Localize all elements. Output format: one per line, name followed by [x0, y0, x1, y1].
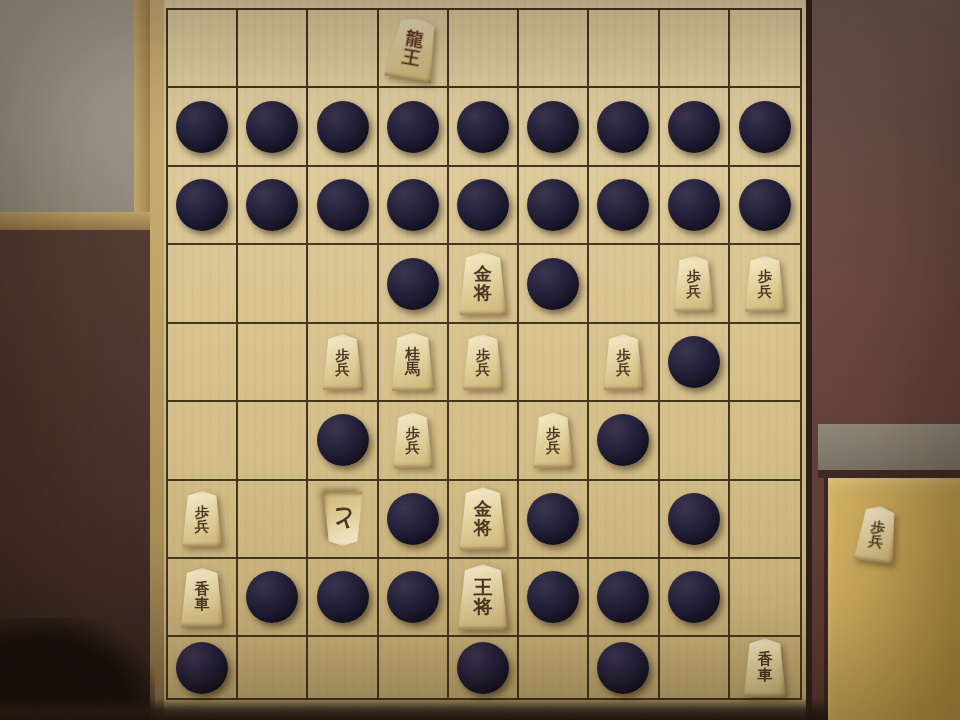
go-stone-black[interactable] [457, 101, 509, 153]
board-cell-2f[interactable] [660, 402, 730, 480]
piece-face: 龍王 [383, 13, 443, 84]
piece-kanji: 兵 [868, 533, 884, 549]
piece-face: 歩兵 [744, 256, 786, 312]
board-cell-5b[interactable] [449, 88, 519, 166]
board-cell-1c[interactable] [730, 167, 800, 245]
piece-kanji: 歩 [616, 348, 630, 362]
piece-face: と [322, 492, 364, 546]
board-cell-6b[interactable] [379, 88, 449, 166]
piece-kanji: 歩 [476, 348, 490, 362]
board-cell-3g[interactable] [589, 481, 659, 559]
board-cell-1e[interactable] [730, 324, 800, 402]
shogi-piece-歩兵[interactable]: 歩兵 [322, 334, 364, 390]
board-cell-4f[interactable]: 歩兵 [519, 402, 589, 480]
piece-face: 桂馬 [390, 332, 435, 391]
board-cell-1f[interactable] [730, 402, 800, 480]
shogi-piece-歩兵[interactable]: 歩兵 [673, 256, 715, 312]
piece-kanji: 兵 [336, 362, 350, 376]
piece-kanji: 兵 [195, 519, 209, 533]
board-cell-3b[interactable] [589, 88, 659, 166]
board-cell-9e[interactable] [168, 324, 238, 402]
piece-kanji: 兵 [476, 362, 490, 376]
go-stone-black[interactable] [387, 101, 439, 153]
board-cell-8f[interactable] [238, 402, 308, 480]
go-stone-black[interactable] [317, 179, 369, 231]
board-cell-7i[interactable] [308, 637, 378, 698]
board-cell-4i[interactable] [519, 637, 589, 698]
shogi-piece-金将[interactable]: 金将 [458, 487, 508, 550]
wall-band [818, 424, 960, 478]
piece-kanji: 兵 [758, 284, 772, 298]
shogi-piece-歩兵[interactable]: 歩兵 [181, 491, 223, 547]
board-cell-4c[interactable] [519, 167, 589, 245]
captured-piece-slot[interactable]: 歩兵 [852, 503, 901, 564]
piece-kanji: 車 [195, 597, 210, 612]
go-stone-black[interactable] [597, 414, 649, 466]
go-stone-black[interactable] [317, 571, 369, 623]
board-cell-8i[interactable] [238, 637, 308, 698]
piece-face: 歩兵 [673, 256, 715, 312]
go-stone-black[interactable] [527, 258, 579, 310]
piece-kanji: 将 [474, 284, 492, 302]
board-cell-7c[interactable] [308, 167, 378, 245]
piece-kanji: 兵 [687, 284, 701, 298]
shogi-piece-歩兵[interactable]: 歩兵 [852, 503, 901, 564]
board-cell-9d[interactable] [168, 245, 238, 323]
board-cell-9b[interactable] [168, 88, 238, 166]
go-stone-black[interactable] [246, 101, 298, 153]
board-cell-5d[interactable]: 金将 [449, 245, 519, 323]
shogi-piece-金将[interactable]: 金将 [458, 252, 508, 315]
board-cell-3f[interactable] [589, 402, 659, 480]
shogi-piece-歩兵[interactable]: 歩兵 [532, 412, 574, 468]
board-cell-2i[interactable] [660, 637, 730, 698]
shogi-piece-龍王[interactable]: 龍王 [383, 13, 443, 84]
piece-kanji: 金 [474, 265, 492, 283]
board-cell-2c[interactable] [660, 167, 730, 245]
board-cell-8e[interactable] [238, 324, 308, 402]
board-cell-1i[interactable]: 香車 [730, 637, 800, 698]
board-cell-3a[interactable] [589, 10, 659, 88]
board-cell-1d[interactable]: 歩兵 [730, 245, 800, 323]
board-cell-7f[interactable] [308, 402, 378, 480]
go-stone-black[interactable] [176, 101, 228, 153]
piece-face: 歩兵 [181, 491, 223, 547]
board-cell-1b[interactable] [730, 88, 800, 166]
board-cell-5e[interactable]: 歩兵 [449, 324, 519, 402]
board-cell-6h[interactable] [379, 559, 449, 637]
piece-kanji: 歩 [758, 269, 772, 283]
board-cell-8b[interactable] [238, 88, 308, 166]
board-cell-4g[interactable] [519, 481, 589, 559]
board-cell-8g[interactable] [238, 481, 308, 559]
piece-face: 金将 [458, 252, 508, 315]
piece-face: 歩兵 [602, 334, 644, 390]
shogi-piece-桂馬[interactable]: 桂馬 [390, 332, 435, 391]
board-cell-8d[interactable] [238, 245, 308, 323]
go-stone-black[interactable] [739, 179, 791, 231]
board-cell-4b[interactable] [519, 88, 589, 166]
go-stone-black[interactable] [597, 101, 649, 153]
board-cell-6g[interactable] [379, 481, 449, 559]
board-cell-9i[interactable] [168, 637, 238, 698]
board-cell-1g[interactable] [730, 481, 800, 559]
piece-stand: 歩兵 [824, 478, 960, 720]
board-cell-2e[interactable] [660, 324, 730, 402]
go-stone-black[interactable] [176, 642, 228, 694]
piece-face: 歩兵 [532, 412, 574, 468]
go-stone-black[interactable] [668, 179, 720, 231]
piece-face: 歩兵 [322, 334, 364, 390]
go-stone-black[interactable] [176, 179, 228, 231]
board-cell-7d[interactable] [308, 245, 378, 323]
piece-kanji: 馬 [405, 362, 420, 377]
board-cell-7h[interactable] [308, 559, 378, 637]
go-stone-black[interactable] [457, 642, 509, 694]
board-cell-4d[interactable] [519, 245, 589, 323]
board-cell-6a[interactable]: 龍王 [379, 10, 449, 88]
shoji-frame-vertical [134, 0, 150, 230]
shogi-piece-歩兵[interactable]: 歩兵 [392, 412, 434, 468]
piece-kanji: 兵 [616, 362, 630, 376]
piece-kanji: 兵 [406, 440, 420, 454]
piece-face: 歩兵 [392, 412, 434, 468]
piece-kanji: 歩 [687, 269, 701, 283]
go-stone-black[interactable] [597, 179, 649, 231]
go-stone-black[interactable] [387, 258, 439, 310]
go-stone-black[interactable] [527, 179, 579, 231]
piece-face: 歩兵 [462, 334, 504, 390]
board-cell-8a[interactable] [238, 10, 308, 88]
go-stone-black[interactable] [527, 101, 579, 153]
go-stone-black[interactable] [457, 179, 509, 231]
piece-kanji: 車 [757, 668, 772, 683]
board-cell-8h[interactable] [238, 559, 308, 637]
shoji-panel [0, 0, 134, 214]
piece-kanji: 王 [401, 47, 422, 68]
board-cell-3i[interactable] [589, 637, 659, 698]
board-cell-5f[interactable] [449, 402, 519, 480]
board-cell-3e[interactable]: 歩兵 [589, 324, 659, 402]
piece-kanji: 歩 [195, 505, 209, 519]
shogi-piece-歩兵[interactable]: 歩兵 [744, 256, 786, 312]
board-cell-9h[interactable]: 香車 [168, 559, 238, 637]
go-stone-black[interactable] [668, 101, 720, 153]
board-cell-7b[interactable] [308, 88, 378, 166]
go-stone-black[interactable] [668, 493, 720, 545]
piece-kanji: 将 [474, 519, 492, 537]
piece-face: 歩兵 [852, 503, 901, 564]
board-cell-1h[interactable] [730, 559, 800, 637]
board-cell-7g[interactable]: と [308, 481, 378, 559]
board-cell-4a[interactable] [519, 10, 589, 88]
go-stone-black[interactable] [668, 571, 720, 623]
go-stone-black[interactable] [527, 571, 579, 623]
piece-kanji: 歩 [406, 426, 420, 440]
board-cell-2b[interactable] [660, 88, 730, 166]
board-cell-9c[interactable] [168, 167, 238, 245]
shogi-piece-王将[interactable]: 王将 [456, 564, 509, 630]
go-stone-black[interactable] [739, 101, 791, 153]
board-cell-2h[interactable] [660, 559, 730, 637]
go-stone-black[interactable] [597, 571, 649, 623]
go-stone-black[interactable] [597, 642, 649, 694]
board-cell-6d[interactable] [379, 245, 449, 323]
piece-kanji: 兵 [546, 440, 560, 454]
board-cell-3c[interactable] [589, 167, 659, 245]
piece-kanji: 将 [473, 597, 492, 616]
board-cell-6i[interactable] [379, 637, 449, 698]
go-stone-black[interactable] [527, 493, 579, 545]
board-cell-2g[interactable] [660, 481, 730, 559]
board-cell-6e[interactable]: 桂馬 [379, 324, 449, 402]
board-cell-5a[interactable] [449, 10, 519, 88]
piece-face: 王将 [456, 564, 509, 630]
board-cell-4e[interactable] [519, 324, 589, 402]
piece-kanji: 歩 [546, 426, 560, 440]
board-cell-5c[interactable] [449, 167, 519, 245]
table-shadow [0, 698, 828, 720]
board-cell-5g[interactable]: 金将 [449, 481, 519, 559]
go-stone-black[interactable] [246, 571, 298, 623]
go-stone-black[interactable] [317, 101, 369, 153]
board-grid: 龍王金将歩兵歩兵歩兵桂馬歩兵歩兵歩兵歩兵歩兵と金将香車王将香車 [166, 8, 802, 700]
shogi-piece-香車[interactable]: 香車 [180, 568, 225, 627]
shogi-board: 龍王金将歩兵歩兵歩兵桂馬歩兵歩兵歩兵歩兵歩兵と金将香車王将香車 [164, 0, 806, 720]
shogi-piece-歩兵[interactable]: 歩兵 [602, 334, 644, 390]
board-cell-9g[interactable]: 歩兵 [168, 481, 238, 559]
shogi-piece-歩兵[interactable]: 歩兵 [462, 334, 504, 390]
board-cell-5h[interactable]: 王将 [449, 559, 519, 637]
go-stone-black[interactable] [387, 179, 439, 231]
board-cell-2d[interactable]: 歩兵 [660, 245, 730, 323]
piece-kanji: と [330, 507, 355, 531]
go-stone-black[interactable] [317, 414, 369, 466]
board-cell-6f[interactable]: 歩兵 [379, 402, 449, 480]
board-cell-8c[interactable] [238, 167, 308, 245]
go-stone-black[interactable] [387, 571, 439, 623]
board-cell-3h[interactable] [589, 559, 659, 637]
board-cell-2a[interactable] [660, 10, 730, 88]
go-stone-black[interactable] [387, 493, 439, 545]
piece-face: 金将 [458, 487, 508, 550]
board-cell-3d[interactable] [589, 245, 659, 323]
board-cell-9a[interactable] [168, 10, 238, 88]
piece-kanji: 歩 [336, 348, 350, 362]
board-cell-7e[interactable]: 歩兵 [308, 324, 378, 402]
board-cell-6c[interactable] [379, 167, 449, 245]
go-stone-black[interactable] [668, 336, 720, 388]
board-cell-1a[interactable] [730, 10, 800, 88]
shoji-frame-horizontal [0, 212, 150, 230]
board-cell-5i[interactable] [449, 637, 519, 698]
photo-scene: 歩兵 龍王金将歩兵歩兵歩兵桂馬歩兵歩兵歩兵歩兵歩兵と金将香車王将香車 [0, 0, 960, 720]
go-stone-black[interactable] [246, 179, 298, 231]
shogi-piece-と[interactable]: と [322, 492, 364, 546]
shogi-piece-香車[interactable]: 香車 [742, 638, 787, 697]
board-cell-4h[interactable] [519, 559, 589, 637]
piece-face: 香車 [180, 568, 225, 627]
piece-face: 香車 [742, 638, 787, 697]
board-cell-9f[interactable] [168, 402, 238, 480]
board-cell-7a[interactable] [308, 10, 378, 88]
